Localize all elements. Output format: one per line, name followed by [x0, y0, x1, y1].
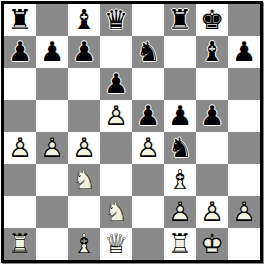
white-pawn[interactable]: ♟♙ [4, 132, 36, 164]
square-a6[interactable] [4, 68, 36, 100]
black-pawn[interactable]: ♟ [36, 36, 68, 68]
black-pawn[interactable]: ♟ [196, 100, 228, 132]
square-c8[interactable]: ♝ [68, 4, 100, 36]
white-pawn[interactable]: ♟♙ [228, 196, 260, 228]
square-c2[interactable] [68, 196, 100, 228]
square-g3[interactable] [196, 164, 228, 196]
square-h6[interactable] [228, 68, 260, 100]
piece-outline: ♙ [196, 196, 228, 228]
square-g8[interactable]: ♚ [196, 4, 228, 36]
piece-outline: ♙ [36, 132, 68, 164]
white-pawn[interactable]: ♟♙ [100, 100, 132, 132]
square-g5[interactable]: ♟ [196, 100, 228, 132]
piece-outline: ♙ [164, 196, 196, 228]
square-a5[interactable] [4, 100, 36, 132]
black-bishop[interactable]: ♝ [68, 4, 100, 36]
square-b6[interactable] [36, 68, 68, 100]
black-king[interactable]: ♚ [196, 4, 228, 36]
square-b8[interactable] [36, 4, 68, 36]
square-a3[interactable] [4, 164, 36, 196]
white-rook[interactable]: ♜♖ [164, 228, 196, 260]
piece-outline: ♙ [68, 132, 100, 164]
black-pawn[interactable]: ♟ [100, 68, 132, 100]
square-d1[interactable]: ♛♕ [100, 228, 132, 260]
white-queen[interactable]: ♛♕ [100, 228, 132, 260]
black-pawn[interactable]: ♟ [68, 36, 100, 68]
square-c4[interactable]: ♟♙ [68, 132, 100, 164]
square-f8[interactable]: ♜ [164, 4, 196, 36]
square-a1[interactable]: ♜♖ [4, 228, 36, 260]
black-pawn[interactable]: ♟ [4, 36, 36, 68]
square-c3[interactable]: ♞♘ [68, 164, 100, 196]
white-pawn[interactable]: ♟♙ [196, 196, 228, 228]
white-knight[interactable]: ♞♘ [100, 196, 132, 228]
piece-outline: ♔ [196, 228, 228, 260]
square-c1[interactable]: ♝♗ [68, 228, 100, 260]
square-b7[interactable]: ♟ [36, 36, 68, 68]
square-f3[interactable]: ♝♗ [164, 164, 196, 196]
black-rook[interactable]: ♜ [4, 4, 36, 36]
square-f1[interactable]: ♜♖ [164, 228, 196, 260]
square-g4[interactable] [196, 132, 228, 164]
square-e4[interactable]: ♟♙ [132, 132, 164, 164]
square-d3[interactable] [100, 164, 132, 196]
piece-outline: ♕ [100, 228, 132, 260]
white-pawn[interactable]: ♟♙ [132, 132, 164, 164]
square-f7[interactable] [164, 36, 196, 68]
white-pawn[interactable]: ♟♙ [164, 196, 196, 228]
square-f4[interactable]: ♞ [164, 132, 196, 164]
square-e3[interactable] [132, 164, 164, 196]
square-h8[interactable] [228, 4, 260, 36]
square-e7[interactable]: ♞ [132, 36, 164, 68]
piece-outline: ♙ [100, 100, 132, 132]
square-a8[interactable]: ♜ [4, 4, 36, 36]
black-pawn[interactable]: ♟ [132, 100, 164, 132]
square-d4[interactable] [100, 132, 132, 164]
square-g7[interactable]: ♝ [196, 36, 228, 68]
chess-board-frame: ♜♝♛♜♚♟♟♟♞♝♟♟♟♙♟♟♟♟♙♟♙♟♙♟♙♞♞♘♝♗♞♘♟♙♟♙♟♙♜♖… [1, 1, 263, 263]
black-rook[interactable]: ♜ [164, 4, 196, 36]
piece-outline: ♘ [100, 196, 132, 228]
white-bishop[interactable]: ♝♗ [68, 228, 100, 260]
square-c7[interactable]: ♟ [68, 36, 100, 68]
square-d8[interactable]: ♛ [100, 4, 132, 36]
piece-outline: ♗ [164, 164, 196, 196]
square-e2[interactable] [132, 196, 164, 228]
black-pawn[interactable]: ♟ [164, 100, 196, 132]
square-b5[interactable] [36, 100, 68, 132]
piece-outline: ♙ [132, 132, 164, 164]
piece-outline: ♙ [228, 196, 260, 228]
square-d5[interactable]: ♟♙ [100, 100, 132, 132]
black-queen[interactable]: ♛ [100, 4, 132, 36]
piece-outline: ♖ [4, 228, 36, 260]
piece-outline: ♙ [4, 132, 36, 164]
square-b3[interactable] [36, 164, 68, 196]
piece-outline: ♘ [68, 164, 100, 196]
square-b4[interactable]: ♟♙ [36, 132, 68, 164]
square-h5[interactable] [228, 100, 260, 132]
square-g6[interactable] [196, 68, 228, 100]
square-b2[interactable] [36, 196, 68, 228]
chess-board: ♜♝♛♜♚♟♟♟♞♝♟♟♟♙♟♟♟♟♙♟♙♟♙♟♙♞♞♘♝♗♞♘♟♙♟♙♟♙♜♖… [4, 4, 260, 260]
white-rook[interactable]: ♜♖ [4, 228, 36, 260]
white-bishop[interactable]: ♝♗ [164, 164, 196, 196]
square-h7[interactable]: ♟ [228, 36, 260, 68]
square-e1[interactable] [132, 228, 164, 260]
square-g1[interactable]: ♚♔ [196, 228, 228, 260]
square-b1[interactable] [36, 228, 68, 260]
white-king[interactable]: ♚♔ [196, 228, 228, 260]
black-knight[interactable]: ♞ [164, 132, 196, 164]
square-d6[interactable]: ♟ [100, 68, 132, 100]
black-bishop[interactable]: ♝ [196, 36, 228, 68]
square-e6[interactable] [132, 68, 164, 100]
square-f6[interactable] [164, 68, 196, 100]
square-a7[interactable]: ♟ [4, 36, 36, 68]
square-d2[interactable]: ♞♘ [100, 196, 132, 228]
square-a2[interactable] [4, 196, 36, 228]
square-h1[interactable] [228, 228, 260, 260]
square-h2[interactable]: ♟♙ [228, 196, 260, 228]
square-h4[interactable] [228, 132, 260, 164]
square-h3[interactable] [228, 164, 260, 196]
square-g2[interactable]: ♟♙ [196, 196, 228, 228]
square-f5[interactable]: ♟ [164, 100, 196, 132]
piece-outline: ♗ [68, 228, 100, 260]
square-c6[interactable] [68, 68, 100, 100]
square-e5[interactable]: ♟ [132, 100, 164, 132]
white-pawn[interactable]: ♟♙ [68, 132, 100, 164]
black-knight[interactable]: ♞ [132, 36, 164, 68]
black-pawn[interactable]: ♟ [228, 36, 260, 68]
piece-outline: ♖ [164, 228, 196, 260]
square-e8[interactable] [132, 4, 164, 36]
square-c5[interactable] [68, 100, 100, 132]
white-pawn[interactable]: ♟♙ [36, 132, 68, 164]
square-a4[interactable]: ♟♙ [4, 132, 36, 164]
square-f2[interactable]: ♟♙ [164, 196, 196, 228]
white-knight[interactable]: ♞♘ [68, 164, 100, 196]
square-d7[interactable] [100, 36, 132, 68]
